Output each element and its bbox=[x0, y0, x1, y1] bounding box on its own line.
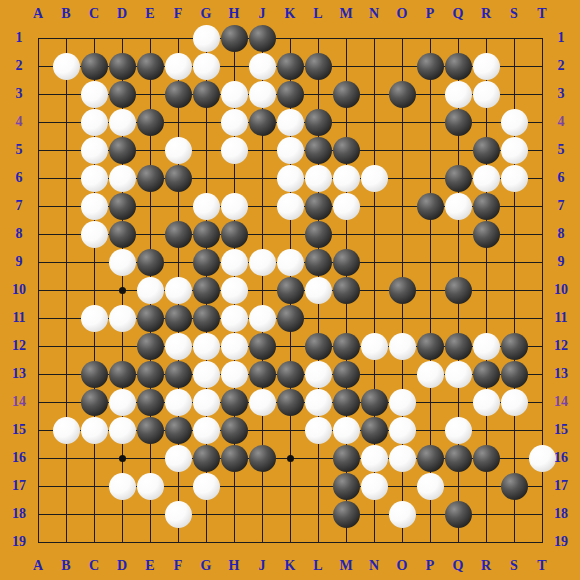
black-stone-P12[interactable] bbox=[417, 333, 444, 360]
col-label-bottom-A: A bbox=[33, 558, 43, 574]
white-stone-R6[interactable] bbox=[473, 165, 500, 192]
black-stone-F8[interactable] bbox=[165, 221, 192, 248]
black-stone-L5[interactable] bbox=[305, 137, 332, 164]
row-label-left-15: 15 bbox=[12, 422, 26, 438]
row-label-left-19: 19 bbox=[12, 534, 26, 550]
white-stone-F12[interactable] bbox=[165, 333, 192, 360]
row-label-right-16: 16 bbox=[554, 450, 568, 466]
row-label-right-4: 4 bbox=[558, 114, 565, 130]
row-label-left-18: 18 bbox=[12, 506, 26, 522]
black-stone-H15[interactable] bbox=[221, 417, 248, 444]
white-stone-H11[interactable] bbox=[221, 305, 248, 332]
col-label-top-J: J bbox=[259, 6, 266, 22]
col-label-top-D: D bbox=[117, 6, 127, 22]
col-label-bottom-O: O bbox=[397, 558, 408, 574]
white-stone-Q7[interactable] bbox=[445, 193, 472, 220]
col-label-top-Q: Q bbox=[453, 6, 464, 22]
white-stone-L6[interactable] bbox=[305, 165, 332, 192]
col-label-bottom-G: G bbox=[201, 558, 212, 574]
black-stone-L2[interactable] bbox=[305, 53, 332, 80]
row-label-left-1: 1 bbox=[16, 30, 23, 46]
black-stone-G10[interactable] bbox=[193, 277, 220, 304]
black-stone-F11[interactable] bbox=[165, 305, 192, 332]
black-stone-D3[interactable] bbox=[109, 81, 136, 108]
white-stone-N17[interactable] bbox=[361, 473, 388, 500]
white-stone-C6[interactable] bbox=[81, 165, 108, 192]
black-stone-K3[interactable] bbox=[277, 81, 304, 108]
white-stone-H12[interactable] bbox=[221, 333, 248, 360]
black-stone-S12[interactable] bbox=[501, 333, 528, 360]
white-stone-J9[interactable] bbox=[249, 249, 276, 276]
white-stone-L15[interactable] bbox=[305, 417, 332, 444]
black-stone-K13[interactable] bbox=[277, 361, 304, 388]
white-stone-D6[interactable] bbox=[109, 165, 136, 192]
black-stone-E4[interactable] bbox=[137, 109, 164, 136]
col-label-top-B: B bbox=[61, 6, 70, 22]
white-stone-G17[interactable] bbox=[193, 473, 220, 500]
black-stone-K2[interactable] bbox=[277, 53, 304, 80]
black-stone-L7[interactable] bbox=[305, 193, 332, 220]
black-stone-P2[interactable] bbox=[417, 53, 444, 80]
black-stone-L8[interactable] bbox=[305, 221, 332, 248]
col-label-top-H: H bbox=[229, 6, 240, 22]
black-stone-J16[interactable] bbox=[249, 445, 276, 472]
black-stone-F13[interactable] bbox=[165, 361, 192, 388]
row-label-left-16: 16 bbox=[12, 450, 26, 466]
star-point-D16 bbox=[119, 455, 126, 462]
row-label-right-18: 18 bbox=[554, 506, 568, 522]
row-label-left-10: 10 bbox=[12, 282, 26, 298]
row-label-right-3: 3 bbox=[558, 86, 565, 102]
white-stone-O18[interactable] bbox=[389, 501, 416, 528]
white-stone-H3[interactable] bbox=[221, 81, 248, 108]
white-stone-Q13[interactable] bbox=[445, 361, 472, 388]
black-stone-R13[interactable] bbox=[473, 361, 500, 388]
col-label-top-M: M bbox=[339, 6, 352, 22]
black-stone-M13[interactable] bbox=[333, 361, 360, 388]
row-label-right-2: 2 bbox=[558, 58, 565, 74]
white-stone-F18[interactable] bbox=[165, 501, 192, 528]
white-stone-E17[interactable] bbox=[137, 473, 164, 500]
row-label-right-17: 17 bbox=[554, 478, 568, 494]
white-stone-J14[interactable] bbox=[249, 389, 276, 416]
row-label-right-12: 12 bbox=[554, 338, 568, 354]
white-stone-C8[interactable] bbox=[81, 221, 108, 248]
black-stone-G9[interactable] bbox=[193, 249, 220, 276]
row-label-right-11: 11 bbox=[554, 310, 567, 326]
black-stone-P16[interactable] bbox=[417, 445, 444, 472]
row-label-left-5: 5 bbox=[16, 142, 23, 158]
white-stone-F16[interactable] bbox=[165, 445, 192, 472]
white-stone-H10[interactable] bbox=[221, 277, 248, 304]
white-stone-N6[interactable] bbox=[361, 165, 388, 192]
col-label-bottom-M: M bbox=[339, 558, 352, 574]
white-stone-G1[interactable] bbox=[193, 25, 220, 52]
col-label-top-F: F bbox=[174, 6, 183, 22]
row-label-right-1: 1 bbox=[558, 30, 565, 46]
col-label-bottom-Q: Q bbox=[453, 558, 464, 574]
col-label-top-R: R bbox=[481, 6, 491, 22]
white-stone-K5[interactable] bbox=[277, 137, 304, 164]
white-stone-D9[interactable] bbox=[109, 249, 136, 276]
black-stone-O3[interactable] bbox=[389, 81, 416, 108]
col-label-bottom-T: T bbox=[537, 558, 546, 574]
black-stone-Q12[interactable] bbox=[445, 333, 472, 360]
white-stone-G7[interactable] bbox=[193, 193, 220, 220]
col-label-bottom-B: B bbox=[61, 558, 70, 574]
row-label-right-6: 6 bbox=[558, 170, 565, 186]
white-stone-S6[interactable] bbox=[501, 165, 528, 192]
black-stone-G8[interactable] bbox=[193, 221, 220, 248]
col-label-top-O: O bbox=[397, 6, 408, 22]
black-stone-D2[interactable] bbox=[109, 53, 136, 80]
col-label-top-N: N bbox=[369, 6, 379, 22]
white-stone-O16[interactable] bbox=[389, 445, 416, 472]
black-stone-M17[interactable] bbox=[333, 473, 360, 500]
row-label-right-13: 13 bbox=[554, 366, 568, 382]
black-stone-C13[interactable] bbox=[81, 361, 108, 388]
white-stone-J11[interactable] bbox=[249, 305, 276, 332]
row-label-left-3: 3 bbox=[16, 86, 23, 102]
black-stone-Q10[interactable] bbox=[445, 277, 472, 304]
col-label-top-E: E bbox=[145, 6, 154, 22]
white-stone-D4[interactable] bbox=[109, 109, 136, 136]
black-stone-E12[interactable] bbox=[137, 333, 164, 360]
white-stone-M6[interactable] bbox=[333, 165, 360, 192]
black-stone-K11[interactable] bbox=[277, 305, 304, 332]
white-stone-S14[interactable] bbox=[501, 389, 528, 416]
white-stone-T16[interactable] bbox=[529, 445, 556, 472]
white-stone-S4[interactable] bbox=[501, 109, 528, 136]
col-label-bottom-N: N bbox=[369, 558, 379, 574]
row-label-left-14: 14 bbox=[12, 394, 26, 410]
black-stone-R16[interactable] bbox=[473, 445, 500, 472]
star-point-D10 bbox=[119, 287, 126, 294]
col-label-bottom-J: J bbox=[259, 558, 266, 574]
col-label-bottom-C: C bbox=[89, 558, 99, 574]
black-stone-L4[interactable] bbox=[305, 109, 332, 136]
black-stone-K10[interactable] bbox=[277, 277, 304, 304]
row-label-right-15: 15 bbox=[554, 422, 568, 438]
white-stone-Q3[interactable] bbox=[445, 81, 472, 108]
black-stone-Q18[interactable] bbox=[445, 501, 472, 528]
black-stone-M3[interactable] bbox=[333, 81, 360, 108]
black-stone-G11[interactable] bbox=[193, 305, 220, 332]
row-label-left-8: 8 bbox=[16, 226, 23, 242]
black-stone-C14[interactable] bbox=[81, 389, 108, 416]
col-label-bottom-D: D bbox=[117, 558, 127, 574]
black-stone-E15[interactable] bbox=[137, 417, 164, 444]
black-stone-M18[interactable] bbox=[333, 501, 360, 528]
black-stone-M12[interactable] bbox=[333, 333, 360, 360]
col-label-bottom-H: H bbox=[229, 558, 240, 574]
row-label-left-2: 2 bbox=[16, 58, 23, 74]
row-label-left-4: 4 bbox=[16, 114, 23, 130]
black-stone-E11[interactable] bbox=[137, 305, 164, 332]
black-stone-M10[interactable] bbox=[333, 277, 360, 304]
white-stone-P17[interactable] bbox=[417, 473, 444, 500]
col-label-top-T: T bbox=[537, 6, 546, 22]
white-stone-C3[interactable] bbox=[81, 81, 108, 108]
black-stone-R7[interactable] bbox=[473, 193, 500, 220]
white-stone-L14[interactable] bbox=[305, 389, 332, 416]
black-stone-R8[interactable] bbox=[473, 221, 500, 248]
white-stone-E10[interactable] bbox=[137, 277, 164, 304]
white-stone-G15[interactable] bbox=[193, 417, 220, 444]
black-stone-Q6[interactable] bbox=[445, 165, 472, 192]
black-stone-P7[interactable] bbox=[417, 193, 444, 220]
row-label-left-7: 7 bbox=[16, 198, 23, 214]
white-stone-K7[interactable] bbox=[277, 193, 304, 220]
col-label-top-L: L bbox=[313, 6, 322, 22]
row-label-right-10: 10 bbox=[554, 282, 568, 298]
black-stone-J4[interactable] bbox=[249, 109, 276, 136]
white-stone-B2[interactable] bbox=[53, 53, 80, 80]
col-label-top-A: A bbox=[33, 6, 43, 22]
star-point-K16 bbox=[287, 455, 294, 462]
black-stone-S13[interactable] bbox=[501, 361, 528, 388]
white-stone-H13[interactable] bbox=[221, 361, 248, 388]
white-stone-H4[interactable] bbox=[221, 109, 248, 136]
col-label-bottom-P: P bbox=[426, 558, 435, 574]
row-label-left-17: 17 bbox=[12, 478, 26, 494]
black-stone-D13[interactable] bbox=[109, 361, 136, 388]
white-stone-D17[interactable] bbox=[109, 473, 136, 500]
white-stone-F14[interactable] bbox=[165, 389, 192, 416]
white-stone-F2[interactable] bbox=[165, 53, 192, 80]
row-label-left-9: 9 bbox=[16, 254, 23, 270]
white-stone-H9[interactable] bbox=[221, 249, 248, 276]
white-stone-G14[interactable] bbox=[193, 389, 220, 416]
white-stone-R12[interactable] bbox=[473, 333, 500, 360]
black-stone-Q4[interactable] bbox=[445, 109, 472, 136]
white-stone-O15[interactable] bbox=[389, 417, 416, 444]
white-stone-C5[interactable] bbox=[81, 137, 108, 164]
col-label-bottom-K: K bbox=[285, 558, 296, 574]
black-stone-H8[interactable] bbox=[221, 221, 248, 248]
black-stone-K14[interactable] bbox=[277, 389, 304, 416]
white-stone-R2[interactable] bbox=[473, 53, 500, 80]
black-stone-O10[interactable] bbox=[389, 277, 416, 304]
go-board[interactable] bbox=[38, 38, 543, 543]
white-stone-P13[interactable] bbox=[417, 361, 444, 388]
row-label-left-11: 11 bbox=[12, 310, 25, 326]
white-stone-C7[interactable] bbox=[81, 193, 108, 220]
black-stone-E9[interactable] bbox=[137, 249, 164, 276]
white-stone-G12[interactable] bbox=[193, 333, 220, 360]
white-stone-K6[interactable] bbox=[277, 165, 304, 192]
white-stone-M7[interactable] bbox=[333, 193, 360, 220]
white-stone-C11[interactable] bbox=[81, 305, 108, 332]
row-label-left-6: 6 bbox=[16, 170, 23, 186]
white-stone-C4[interactable] bbox=[81, 109, 108, 136]
white-stone-S5[interactable] bbox=[501, 137, 528, 164]
black-stone-H1[interactable] bbox=[221, 25, 248, 52]
white-stone-O14[interactable] bbox=[389, 389, 416, 416]
col-label-top-S: S bbox=[510, 6, 518, 22]
col-label-top-C: C bbox=[89, 6, 99, 22]
white-stone-N16[interactable] bbox=[361, 445, 388, 472]
white-stone-M15[interactable] bbox=[333, 417, 360, 444]
black-stone-S17[interactable] bbox=[501, 473, 528, 500]
black-stone-M5[interactable] bbox=[333, 137, 360, 164]
white-stone-G2[interactable] bbox=[193, 53, 220, 80]
col-label-bottom-S: S bbox=[510, 558, 518, 574]
black-stone-M9[interactable] bbox=[333, 249, 360, 276]
row-label-left-13: 13 bbox=[12, 366, 26, 382]
black-stone-Q16[interactable] bbox=[445, 445, 472, 472]
black-stone-L12[interactable] bbox=[305, 333, 332, 360]
col-label-top-G: G bbox=[201, 6, 212, 22]
black-stone-E13[interactable] bbox=[137, 361, 164, 388]
white-stone-F5[interactable] bbox=[165, 137, 192, 164]
black-stone-J1[interactable] bbox=[249, 25, 276, 52]
black-stone-H16[interactable] bbox=[221, 445, 248, 472]
black-stone-F15[interactable] bbox=[165, 417, 192, 444]
black-stone-H14[interactable] bbox=[221, 389, 248, 416]
white-stone-Q15[interactable] bbox=[445, 417, 472, 444]
white-stone-C15[interactable] bbox=[81, 417, 108, 444]
white-stone-O12[interactable] bbox=[389, 333, 416, 360]
white-stone-G13[interactable] bbox=[193, 361, 220, 388]
black-stone-N15[interactable] bbox=[361, 417, 388, 444]
white-stone-K4[interactable] bbox=[277, 109, 304, 136]
white-stone-B15[interactable] bbox=[53, 417, 80, 444]
white-stone-H5[interactable] bbox=[221, 137, 248, 164]
white-stone-H7[interactable] bbox=[221, 193, 248, 220]
black-stone-M14[interactable] bbox=[333, 389, 360, 416]
black-stone-D7[interactable] bbox=[109, 193, 136, 220]
black-stone-G16[interactable] bbox=[193, 445, 220, 472]
go-board-page: AABBCCDDEEFFGGHHJJKKLLMMNNOOPPQQRRSSTT11… bbox=[0, 0, 580, 580]
row-label-right-5: 5 bbox=[558, 142, 565, 158]
row-label-right-7: 7 bbox=[558, 198, 565, 214]
black-stone-E14[interactable] bbox=[137, 389, 164, 416]
white-stone-D15[interactable] bbox=[109, 417, 136, 444]
black-stone-G3[interactable] bbox=[193, 81, 220, 108]
row-label-right-9: 9 bbox=[558, 254, 565, 270]
row-label-right-8: 8 bbox=[558, 226, 565, 242]
white-stone-D14[interactable] bbox=[109, 389, 136, 416]
white-stone-L13[interactable] bbox=[305, 361, 332, 388]
row-label-left-12: 12 bbox=[12, 338, 26, 354]
row-label-right-19: 19 bbox=[554, 534, 568, 550]
black-stone-J13[interactable] bbox=[249, 361, 276, 388]
black-stone-C2[interactable] bbox=[81, 53, 108, 80]
white-stone-N12[interactable] bbox=[361, 333, 388, 360]
black-stone-M16[interactable] bbox=[333, 445, 360, 472]
col-label-bottom-L: L bbox=[313, 558, 322, 574]
white-stone-L10[interactable] bbox=[305, 277, 332, 304]
col-label-top-P: P bbox=[426, 6, 435, 22]
black-stone-D8[interactable] bbox=[109, 221, 136, 248]
black-stone-Q2[interactable] bbox=[445, 53, 472, 80]
black-stone-J12[interactable] bbox=[249, 333, 276, 360]
black-stone-F3[interactable] bbox=[165, 81, 192, 108]
black-stone-D5[interactable] bbox=[109, 137, 136, 164]
black-stone-E6[interactable] bbox=[137, 165, 164, 192]
white-stone-R3[interactable] bbox=[473, 81, 500, 108]
white-stone-F10[interactable] bbox=[165, 277, 192, 304]
black-stone-R5[interactable] bbox=[473, 137, 500, 164]
col-label-top-K: K bbox=[285, 6, 296, 22]
row-label-right-14: 14 bbox=[554, 394, 568, 410]
white-stone-J3[interactable] bbox=[249, 81, 276, 108]
white-stone-K9[interactable] bbox=[277, 249, 304, 276]
col-label-bottom-E: E bbox=[145, 558, 154, 574]
white-stone-J2[interactable] bbox=[249, 53, 276, 80]
black-stone-L9[interactable] bbox=[305, 249, 332, 276]
col-label-bottom-F: F bbox=[174, 558, 183, 574]
black-stone-E2[interactable] bbox=[137, 53, 164, 80]
black-stone-N14[interactable] bbox=[361, 389, 388, 416]
black-stone-F6[interactable] bbox=[165, 165, 192, 192]
white-stone-R14[interactable] bbox=[473, 389, 500, 416]
col-label-bottom-R: R bbox=[481, 558, 491, 574]
white-stone-D11[interactable] bbox=[109, 305, 136, 332]
